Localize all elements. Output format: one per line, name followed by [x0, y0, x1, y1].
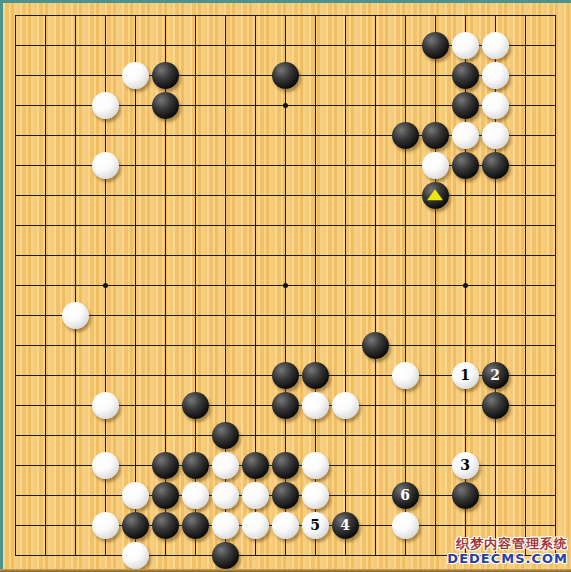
black-stone	[152, 92, 179, 119]
white-stone	[422, 152, 449, 179]
white-stone: 5	[302, 512, 329, 539]
black-stone	[452, 92, 479, 119]
white-stone	[212, 512, 239, 539]
white-stone	[122, 482, 149, 509]
black-stone	[182, 512, 209, 539]
white-stone	[482, 122, 509, 149]
black-stone	[122, 512, 149, 539]
black-stone	[452, 152, 479, 179]
watermark-site-text: DEDECMS.COM	[447, 552, 568, 566]
white-stone	[242, 512, 269, 539]
black-stone	[182, 392, 209, 419]
black-stone	[422, 182, 449, 209]
black-stone	[272, 362, 299, 389]
hoshi-star-point	[463, 283, 468, 288]
white-stone	[122, 542, 149, 569]
black-stone	[302, 362, 329, 389]
white-stone	[182, 482, 209, 509]
black-stone: 6	[392, 482, 419, 509]
black-stone	[182, 452, 209, 479]
white-stone	[482, 62, 509, 89]
white-stone	[302, 392, 329, 419]
move-number-label: 1	[452, 362, 479, 389]
white-stone	[482, 92, 509, 119]
black-stone	[272, 482, 299, 509]
white-stone	[302, 452, 329, 479]
watermark: 织梦内容管理系统 DEDECMS.COM	[447, 537, 568, 566]
board-frame-top	[0, 0, 571, 3]
stone-layer: 123654	[0, 0, 570, 570]
white-stone	[242, 482, 269, 509]
white-stone	[92, 152, 119, 179]
black-stone	[482, 392, 509, 419]
black-stone	[242, 452, 269, 479]
white-stone	[212, 482, 239, 509]
black-stone	[482, 152, 509, 179]
white-stone	[452, 32, 479, 59]
black-stone	[272, 392, 299, 419]
black-stone	[272, 62, 299, 89]
move-number-label: 2	[482, 362, 509, 389]
black-stone: 2	[482, 362, 509, 389]
black-stone	[152, 62, 179, 89]
white-stone	[302, 482, 329, 509]
black-stone	[212, 422, 239, 449]
black-stone	[152, 512, 179, 539]
go-diagram: 123654 织梦内容管理系统 DEDECMS.COM	[0, 0, 571, 572]
move-number-label: 4	[332, 512, 359, 539]
black-stone: 4	[332, 512, 359, 539]
white-stone	[62, 302, 89, 329]
white-stone	[212, 452, 239, 479]
white-stone	[92, 92, 119, 119]
black-stone	[452, 482, 479, 509]
black-stone	[272, 452, 299, 479]
black-stone	[422, 122, 449, 149]
move-number-label: 6	[392, 482, 419, 509]
black-stone	[362, 332, 389, 359]
hoshi-star-point	[283, 283, 288, 288]
black-stone	[152, 452, 179, 479]
white-stone	[392, 362, 419, 389]
white-stone	[452, 122, 479, 149]
white-stone	[92, 452, 119, 479]
white-stone: 3	[452, 452, 479, 479]
black-stone	[392, 122, 419, 149]
white-stone	[122, 62, 149, 89]
black-stone	[212, 542, 239, 569]
move-number-label: 5	[302, 512, 329, 539]
white-stone	[482, 32, 509, 59]
white-stone	[92, 512, 119, 539]
watermark-chinese-text: 织梦内容管理系统	[447, 537, 568, 551]
black-stone	[152, 482, 179, 509]
board-frame-left	[0, 0, 3, 572]
white-stone	[92, 392, 119, 419]
triangle-mark	[427, 189, 443, 200]
white-stone	[272, 512, 299, 539]
hoshi-star-point	[283, 103, 288, 108]
white-stone	[332, 392, 359, 419]
hoshi-star-point	[103, 283, 108, 288]
white-stone	[392, 512, 419, 539]
black-stone	[452, 62, 479, 89]
black-stone	[422, 32, 449, 59]
move-number-label: 3	[452, 452, 479, 479]
white-stone: 1	[452, 362, 479, 389]
